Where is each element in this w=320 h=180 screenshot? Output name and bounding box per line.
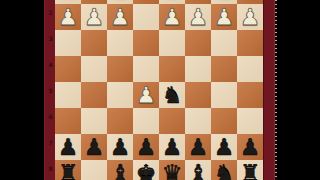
square-h7: ♟: [55, 134, 81, 160]
square-h8: ♜: [55, 160, 81, 180]
square-c2: ♟: [185, 4, 211, 30]
square-f4: [107, 56, 133, 82]
square-e8: ♚: [133, 160, 159, 180]
square-b2: ♟: [211, 4, 237, 30]
square-b8: ♞: [211, 160, 237, 180]
square-b4: [211, 56, 237, 82]
piece-white-pawn: ♟: [133, 82, 159, 108]
square-b7: ♟: [211, 134, 237, 160]
square-c4: [185, 56, 211, 82]
square-f3: [107, 30, 133, 56]
square-a6: [237, 108, 263, 134]
square-c6: [185, 108, 211, 134]
square-b5: [211, 82, 237, 108]
square-f5: [107, 82, 133, 108]
square-d2: ♟: [159, 4, 185, 30]
square-e2: [133, 4, 159, 30]
square-f8: ♝: [107, 160, 133, 180]
square-b3: [211, 30, 237, 56]
square-f2: ♟: [107, 4, 133, 30]
square-b6: [211, 108, 237, 134]
square-h3: [55, 30, 81, 56]
piece-black-bishop: ♝: [185, 160, 211, 180]
square-d5: ♞: [159, 82, 185, 108]
square-a4: [237, 56, 263, 82]
piece-black-pawn: ♟: [159, 134, 185, 160]
square-g5: [81, 82, 107, 108]
piece-white-pawn: ♟: [185, 4, 211, 30]
square-e3: [133, 30, 159, 56]
square-d7: ♟: [159, 134, 185, 160]
video-frame: 12345678 ♜♞♝♚♛♝♞♜♟♟♟♟♟♟♟♟♞♟♟♟♟♟♟♟♟♜♝♚♛♝♞…: [0, 0, 320, 180]
piece-black-pawn: ♟: [107, 134, 133, 160]
piece-black-pawn: ♟: [237, 134, 263, 160]
piece-black-rook: ♜: [237, 160, 263, 180]
square-e7: ♟: [133, 134, 159, 160]
piece-white-pawn: ♟: [211, 4, 237, 30]
piece-white-pawn: ♟: [81, 4, 107, 30]
square-g3: [81, 30, 107, 56]
square-a5: [237, 82, 263, 108]
square-g4: [81, 56, 107, 82]
piece-black-knight: ♞: [159, 82, 185, 108]
square-d4: [159, 56, 185, 82]
square-g8: [81, 160, 107, 180]
square-h5: [55, 82, 81, 108]
piece-black-knight: ♞: [211, 160, 237, 180]
piece-black-queen: ♛: [159, 160, 185, 180]
square-a3: [237, 30, 263, 56]
square-e6: [133, 108, 159, 134]
piece-black-rook: ♜: [55, 160, 81, 180]
square-g2: ♟: [81, 4, 107, 30]
chess-board-grid: ♜♞♝♚♛♝♞♜♟♟♟♟♟♟♟♟♞♟♟♟♟♟♟♟♟♜♝♚♛♝♞♜: [55, 0, 263, 180]
piece-white-pawn: ♟: [237, 4, 263, 30]
square-e4: [133, 56, 159, 82]
square-e5: ♟: [133, 82, 159, 108]
square-f6: [107, 108, 133, 134]
square-h2: ♟: [55, 4, 81, 30]
square-c8: ♝: [185, 160, 211, 180]
piece-black-pawn: ♟: [81, 134, 107, 160]
square-h4: [55, 56, 81, 82]
square-a7: ♟: [237, 134, 263, 160]
square-f7: ♟: [107, 134, 133, 160]
square-g7: ♟: [81, 134, 107, 160]
square-d3: [159, 30, 185, 56]
square-c3: [185, 30, 211, 56]
board-frame-right: [263, 0, 275, 180]
square-c5: [185, 82, 211, 108]
piece-black-bishop: ♝: [107, 160, 133, 180]
piece-black-pawn: ♟: [211, 134, 237, 160]
piece-white-pawn: ♟: [159, 4, 185, 30]
square-a2: ♟: [237, 4, 263, 30]
square-d6: [159, 108, 185, 134]
film-edge-dots: [275, 0, 277, 180]
piece-black-pawn: ♟: [133, 134, 159, 160]
square-c7: ♟: [185, 134, 211, 160]
square-g6: [81, 108, 107, 134]
square-d8: ♛: [159, 160, 185, 180]
square-a8: ♜: [237, 160, 263, 180]
piece-black-king: ♚: [133, 160, 159, 180]
piece-white-pawn: ♟: [107, 4, 133, 30]
piece-white-pawn: ♟: [55, 4, 81, 30]
piece-black-pawn: ♟: [55, 134, 81, 160]
piece-black-pawn: ♟: [185, 134, 211, 160]
square-h6: [55, 108, 81, 134]
chess-board: ♜♞♝♚♛♝♞♜♟♟♟♟♟♟♟♟♞♟♟♟♟♟♟♟♟♜♝♚♛♝♞♜: [55, 0, 263, 180]
